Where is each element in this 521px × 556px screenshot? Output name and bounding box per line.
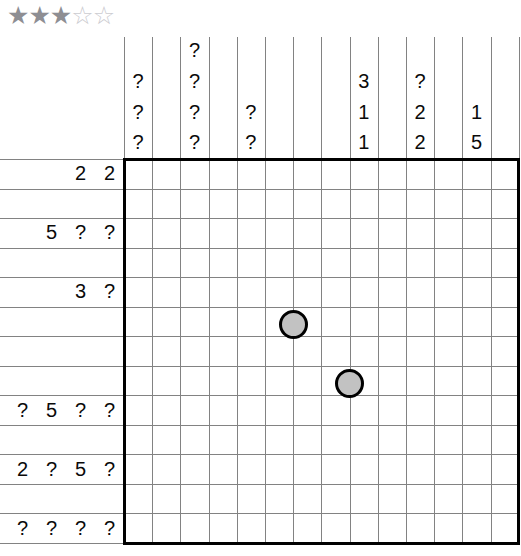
row-clue-number: ? xyxy=(95,514,124,543)
column-clue-number: ? xyxy=(180,66,208,97)
row-clue-11: 2?5? xyxy=(0,454,124,484)
column-clue-number: 5 xyxy=(462,127,490,158)
row-clue-number: 2 xyxy=(8,455,37,484)
column-clue-3: ???? xyxy=(180,37,208,158)
row-clue-9: ?5?? xyxy=(0,395,124,425)
star-filled-icon: ★ xyxy=(50,1,71,29)
column-clue-number: ? xyxy=(237,127,265,158)
column-clue-number: 1 xyxy=(350,97,378,128)
column-clue-number: ? xyxy=(124,97,152,128)
row-clue-number: ? xyxy=(8,396,37,425)
circle-marker[interactable] xyxy=(279,310,308,339)
row-clue-number: 5 xyxy=(66,455,95,484)
grid-border xyxy=(123,158,521,545)
row-clue-number: ? xyxy=(66,514,95,543)
row-clue-number: ? xyxy=(66,218,95,247)
column-clue-number: ? xyxy=(124,127,152,158)
column-clue-11: ?22 xyxy=(406,37,434,158)
star-empty-icon: ☆ xyxy=(93,1,114,29)
column-clue-number: ? xyxy=(406,66,434,97)
column-clue-number: ? xyxy=(180,97,208,128)
row-clue-number: ? xyxy=(95,277,124,306)
column-clue-number: 1 xyxy=(462,97,490,128)
column-clue-number: 3 xyxy=(350,66,378,97)
column-clue-number: ? xyxy=(124,66,152,97)
row-clue-number: ? xyxy=(66,396,95,425)
row-clue-number: ? xyxy=(95,455,124,484)
column-clue-13: 15 xyxy=(462,37,490,158)
column-clue-9: 311 xyxy=(350,37,378,158)
row-clue-number: 3 xyxy=(66,277,95,306)
difficulty-stars: ★★★☆☆ xyxy=(7,1,114,30)
column-clue-number: ? xyxy=(237,97,265,128)
star-filled-icon: ★ xyxy=(28,1,49,29)
circle-marker[interactable] xyxy=(335,369,364,398)
row-clue-1: 22 xyxy=(0,159,124,189)
row-clue-number: 5 xyxy=(37,396,66,425)
row-clue-number: 2 xyxy=(66,159,95,188)
row-clue-number: ? xyxy=(37,455,66,484)
column-clue-number: 2 xyxy=(406,127,434,158)
row-clue-number: ? xyxy=(8,514,37,543)
column-clue-number: ? xyxy=(180,35,208,66)
column-clue-5: ?? xyxy=(237,37,265,158)
star-filled-icon: ★ xyxy=(7,1,28,29)
row-clue-5: 3? xyxy=(0,277,124,307)
column-clue-number: 2 xyxy=(406,97,434,128)
row-clue-13: ???? xyxy=(0,513,124,543)
puzzle-screen: ★★★☆☆ ?????????311?2215225??3??5??2?5???… xyxy=(0,0,521,556)
row-clue-number: ? xyxy=(95,218,124,247)
star-empty-icon: ☆ xyxy=(71,1,92,29)
row-clue-number: ? xyxy=(95,396,124,425)
row-clue-number: 5 xyxy=(37,218,66,247)
column-clue-number: 1 xyxy=(350,127,378,158)
row-clue-number: ? xyxy=(37,514,66,543)
row-clue-number: 2 xyxy=(95,159,124,188)
row-clue-3: 5?? xyxy=(0,218,124,248)
column-clue-number: ? xyxy=(180,127,208,158)
column-clue-1: ??? xyxy=(124,37,152,158)
